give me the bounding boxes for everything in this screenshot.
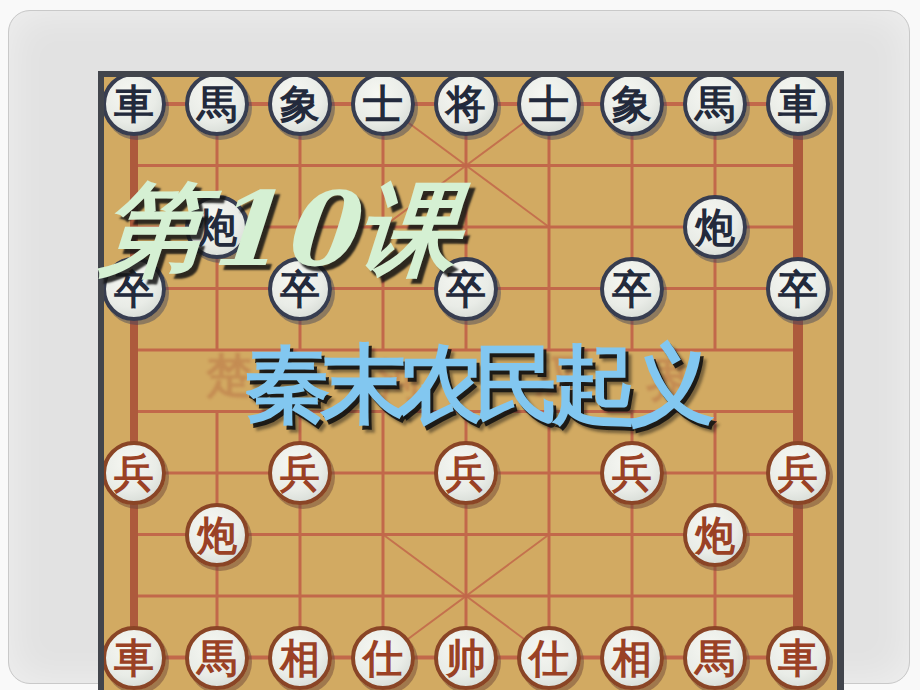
lesson-number-title: 第10课 <box>96 163 468 300</box>
xiangqi-piece-red-仕: 仕 <box>351 626 415 690</box>
xiangqi-piece-red-車: 車 <box>766 626 830 690</box>
xiangqi-piece-black-卒: 卒 <box>766 257 830 321</box>
xiangqi-piece-red-兵: 兵 <box>102 441 166 505</box>
xiangqi-piece-red-兵: 兵 <box>268 441 332 505</box>
xiangqi-piece-black-馬: 馬 <box>185 72 249 136</box>
slide-panel: 楚河汉界 車馬象士将士象馬車炮炮卒卒卒卒卒兵兵兵兵兵炮炮車馬相仕帅仕相馬車 第1… <box>8 10 910 684</box>
xiangqi-piece-black-卒: 卒 <box>600 257 664 321</box>
xiangqi-piece-red-帅: 帅 <box>434 626 498 690</box>
xiangqi-piece-black-象: 象 <box>268 72 332 136</box>
xiangqi-piece-black-車: 車 <box>102 72 166 136</box>
xiangqi-piece-red-相: 相 <box>268 626 332 690</box>
xiangqi-piece-red-車: 車 <box>102 626 166 690</box>
xiangqi-piece-black-車: 車 <box>766 72 830 136</box>
xiangqi-piece-black-炮: 炮 <box>683 195 747 259</box>
slide-background: { "game": "xiangqi (Chinese chess)", "po… <box>0 0 920 690</box>
xiangqi-piece-red-兵: 兵 <box>600 441 664 505</box>
xiangqi-piece-black-将: 将 <box>434 72 498 136</box>
xiangqi-piece-red-兵: 兵 <box>434 441 498 505</box>
xiangqi-piece-red-炮: 炮 <box>683 503 747 567</box>
xiangqi-piece-black-士: 士 <box>351 72 415 136</box>
xiangqi-piece-black-馬: 馬 <box>683 72 747 136</box>
xiangqi-piece-red-炮: 炮 <box>185 503 249 567</box>
xiangqi-piece-red-馬: 馬 <box>683 626 747 690</box>
xiangqi-piece-red-仕: 仕 <box>517 626 581 690</box>
xiangqi-piece-red-相: 相 <box>600 626 664 690</box>
xiangqi-piece-black-士: 士 <box>517 72 581 136</box>
slide-main-title: 秦末农民起义 <box>244 327 706 444</box>
xiangqi-piece-red-兵: 兵 <box>766 441 830 505</box>
xiangqi-piece-black-象: 象 <box>600 72 664 136</box>
xiangqi-piece-red-馬: 馬 <box>185 626 249 690</box>
